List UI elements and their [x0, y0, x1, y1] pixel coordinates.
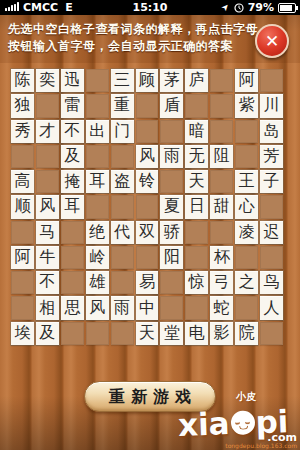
grid-cell-filled-r7c10[interactable]: 凌 — [235, 221, 258, 244]
grid-cell-filled-r11c6[interactable]: 天 — [136, 322, 159, 345]
grid-cell-blocked-r4c1 — [11, 145, 34, 168]
grid-cell-filled-r9c9[interactable]: 弓 — [210, 271, 233, 294]
grid-cell-blocked-r6c4 — [86, 195, 109, 218]
grid-cell-filled-r6c7[interactable]: 夏 — [160, 195, 183, 218]
grid-cell-blocked-r3c10 — [235, 120, 258, 143]
grid-cell-filled-r10c2[interactable]: 相 — [36, 296, 59, 319]
grid-cell-filled-r2c5[interactable]: 重 — [111, 94, 134, 117]
grid-cell-blocked-r8c10 — [235, 246, 258, 269]
grid-cell-filled-r4c11[interactable]: 芳 — [260, 145, 283, 168]
grid-cell-filled-r1c5[interactable]: 三 — [111, 69, 134, 92]
grid-cell-filled-r8c7[interactable]: 阳 — [160, 246, 183, 269]
grid-cell-filled-r6c2[interactable]: 风 — [36, 195, 59, 218]
battery-icon — [278, 3, 296, 13]
grid-cell-blocked-r11c5 — [111, 322, 134, 345]
grid-cell-filled-r5c10[interactable]: 王 — [235, 170, 258, 193]
grid-cell-filled-r5c5[interactable]: 盗 — [111, 170, 134, 193]
crossword-grid: 陈奕迅三顾茅庐阿独雷重盾紫川秀才不出门暗岛及风雨无阻芳高掩耳盗铃天王子顺风耳夏日… — [11, 69, 283, 345]
grid-cell-blocked-r5c7 — [160, 170, 183, 193]
grid-cell-filled-r11c9[interactable]: 影 — [210, 322, 233, 345]
grid-cell-blocked-r8c5 — [111, 246, 134, 269]
grid-cell-filled-r11c1[interactable]: 埃 — [11, 322, 34, 345]
grid-cell-filled-r6c9[interactable]: 甜 — [210, 195, 233, 218]
grid-cell-filled-r4c8[interactable]: 无 — [185, 145, 208, 168]
grid-cell-filled-r1c2[interactable]: 奕 — [36, 69, 59, 92]
grid-cell-blocked-r4c4 — [86, 145, 109, 168]
grid-cell-filled-r11c2[interactable]: 及 — [36, 322, 59, 345]
grid-cell-blocked-r9c7 — [160, 271, 183, 294]
grid-cell-blocked-r10c1 — [11, 296, 34, 319]
grid-cell-blocked-r9c3 — [61, 271, 84, 294]
grid-cell-filled-r7c6[interactable]: 双 — [136, 221, 159, 244]
grid-cell-blocked-r10c8 — [185, 296, 208, 319]
app-screen: CMCC E 15:10 ➤ 79% 先选中空白格子查看词条的解释，再点击字母 … — [0, 0, 300, 450]
instruction-line-1: 先选中空白格子查看词条的解释，再点击字母 — [8, 21, 270, 38]
grid-cell-blocked-r5c9 — [210, 170, 233, 193]
grid-cell-filled-r3c5[interactable]: 门 — [111, 120, 134, 143]
grid-cell-blocked-r7c8 — [185, 221, 208, 244]
grid-cell-filled-r9c6[interactable]: 易 — [136, 271, 159, 294]
xiaopi-mascot-face-icon — [230, 410, 255, 435]
grid-cell-filled-r4c3[interactable]: 及 — [61, 145, 84, 168]
grid-cell-blocked-r2c9 — [210, 94, 233, 117]
grid-cell-filled-r6c8[interactable]: 日 — [185, 195, 208, 218]
grid-cell-filled-r7c2[interactable]: 马 — [36, 221, 59, 244]
grid-cell-blocked-r7c9 — [210, 221, 233, 244]
grid-cell-filled-r9c11[interactable]: 鸟 — [260, 271, 283, 294]
grid-cell-filled-r5c3[interactable]: 掩 — [61, 170, 84, 193]
grid-cell-filled-r9c10[interactable]: 之 — [235, 271, 258, 294]
grid-cell-filled-r3c4[interactable]: 出 — [86, 120, 109, 143]
grid-cell-blocked-r11c3 — [61, 322, 84, 345]
grid-cell-filled-r4c6[interactable]: 风 — [136, 145, 159, 168]
grid-cell-filled-r8c1[interactable]: 阿 — [11, 246, 34, 269]
grid-cell-filled-r3c11[interactable]: 岛 — [260, 120, 283, 143]
grid-cell-filled-r8c4[interactable]: 岭 — [86, 246, 109, 269]
grid-cell-filled-r9c8[interactable]: 惊 — [185, 271, 208, 294]
grid-cell-filled-r11c8[interactable]: 电 — [185, 322, 208, 345]
close-instructions-button[interactable]: ✕ — [255, 24, 289, 58]
grid-cell-filled-r5c4[interactable]: 耳 — [86, 170, 109, 193]
grid-cell-blocked-r9c5 — [111, 271, 134, 294]
watermark-xia-text: xia — [177, 405, 230, 443]
grid-cell-blocked-r6c11 — [260, 195, 283, 218]
grid-cell-filled-r7c11[interactable]: 迟 — [260, 221, 283, 244]
grid-cell-blocked-r4c2 — [36, 145, 59, 168]
grid-cell-blocked-r2c8 — [185, 94, 208, 117]
grid-cell-filled-r10c5[interactable]: 雨 — [111, 296, 134, 319]
instruction-line-2: 按钮输入首字母，会自动显示正确的答案 — [8, 38, 270, 55]
grid-cell-filled-r7c5[interactable]: 代 — [111, 221, 134, 244]
grid-cell-blocked-r6c5 — [111, 195, 134, 218]
grid-cell-filled-r5c11[interactable]: 子 — [260, 170, 283, 193]
grid-cell-blocked-r8c11 — [260, 246, 283, 269]
grid-cell-filled-r7c4[interactable]: 绝 — [86, 221, 109, 244]
grid-cell-filled-r9c2[interactable]: 不 — [36, 271, 59, 294]
grid-cell-filled-r2c11[interactable]: 川 — [260, 94, 283, 117]
grid-cell-filled-r10c6[interactable]: 中 — [136, 296, 159, 319]
grid-cell-filled-r9c4[interactable]: 雄 — [86, 271, 109, 294]
grid-cell-filled-r4c9[interactable]: 阻 — [210, 145, 233, 168]
grid-cell-filled-r7c7[interactable]: 骄 — [160, 221, 183, 244]
grid-cell-filled-r5c6[interactable]: 铃 — [136, 170, 159, 193]
grid-cell-blocked-r11c4 — [86, 322, 109, 345]
grid-cell-filled-r10c3[interactable]: 思 — [61, 296, 84, 319]
grid-cell-filled-r1c7[interactable]: 茅 — [160, 69, 183, 92]
grid-cell-filled-r10c9[interactable]: 蛇 — [210, 296, 233, 319]
battery-percent-label: 79% — [248, 1, 274, 14]
grid-cell-filled-r2c3[interactable]: 雷 — [61, 94, 84, 117]
grid-cell-blocked-r3c9 — [210, 120, 233, 143]
grid-cell-filled-r1c8[interactable]: 庐 — [185, 69, 208, 92]
grid-cell-filled-r1c1[interactable]: 陈 — [11, 69, 34, 92]
grid-cell-filled-r2c7[interactable]: 盾 — [160, 94, 183, 117]
grid-cell-filled-r10c4[interactable]: 风 — [86, 296, 109, 319]
grid-cell-filled-r3c2[interactable]: 才 — [36, 120, 59, 143]
grid-cell-filled-r6c3[interactable]: 耳 — [61, 195, 84, 218]
grid-cell-blocked-r4c5 — [111, 145, 134, 168]
watermark-blog-url: tongdepu.blog.163.com — [225, 442, 297, 449]
grid-cell-filled-r5c1[interactable]: 高 — [11, 170, 34, 193]
grid-cell-blocked-r8c8 — [185, 246, 208, 269]
instruction-text: 先选中空白格子查看词条的解释，再点击字母 按钮输入首字母，会自动显示正确的答案 — [8, 21, 270, 55]
grid-cell-blocked-r2c2 — [36, 94, 59, 117]
grid-cell-filled-r8c9[interactable]: 杯 — [210, 246, 233, 269]
grid-cell-blocked-r10c7 — [160, 296, 183, 319]
grid-cell-blocked-r11c11 — [260, 322, 283, 345]
grid-cell-filled-r1c3[interactable]: 迅 — [61, 69, 84, 92]
close-icon: ✕ — [265, 31, 279, 51]
grid-cell-filled-r1c6[interactable]: 顾 — [136, 69, 159, 92]
grid-cell-blocked-r3c6 — [136, 120, 159, 143]
grid-cell-blocked-r4c10 — [235, 145, 258, 168]
grid-cell-blocked-r1c11 — [260, 69, 283, 92]
grid-cell-blocked-r6c6 — [136, 195, 159, 218]
grid-cell-filled-r11c7[interactable]: 堂 — [160, 322, 183, 345]
grid-cell-filled-r6c1[interactable]: 顺 — [11, 195, 34, 218]
grid-cell-blocked-r2c4 — [86, 94, 109, 117]
location-arrow-icon: ➤ — [220, 2, 232, 14]
grid-cell-blocked-r7c1 — [11, 221, 34, 244]
grid-cell-blocked-r8c3 — [61, 246, 84, 269]
xiaopi-watermark: 小皮 xia pi .com — [178, 399, 296, 441]
grid-cell-filled-r11c10[interactable]: 院 — [235, 322, 258, 345]
grid-cell-filled-r2c1[interactable]: 独 — [11, 94, 34, 117]
grid-cell-filled-r10c11[interactable]: 人 — [260, 296, 283, 319]
grid-cell-filled-r3c1[interactable]: 秀 — [11, 120, 34, 143]
grid-cell-blocked-r10c10 — [235, 296, 258, 319]
grid-cell-blocked-r8c6 — [136, 246, 159, 269]
grid-cell-blocked-r2c6 — [136, 94, 159, 117]
grid-cell-filled-r6c10[interactable]: 心 — [235, 195, 258, 218]
grid-cell-filled-r2c10[interactable]: 紫 — [235, 94, 258, 117]
grid-cell-filled-r4c7[interactable]: 雨 — [160, 145, 183, 168]
grid-cell-blocked-r5c2 — [36, 170, 59, 193]
grid-cell-blocked-r1c4 — [86, 69, 109, 92]
alarm-clock-icon — [234, 3, 244, 13]
status-bar: CMCC E 15:10 ➤ 79% — [0, 0, 300, 15]
grid-cell-blocked-r7c3 — [61, 221, 84, 244]
grid-cell-filled-r1c10[interactable]: 阿 — [235, 69, 258, 92]
grid-cell-filled-r3c3[interactable]: 不 — [61, 120, 84, 143]
grid-cell-filled-r8c2[interactable]: 牛 — [36, 246, 59, 269]
grid-cell-blocked-r3c7 — [160, 120, 183, 143]
grid-cell-blocked-r1c9 — [210, 69, 233, 92]
grid-cell-blocked-r9c1 — [11, 271, 34, 294]
watermark-cn-label: 小皮 — [236, 390, 256, 404]
grid-cell-filled-r5c8[interactable]: 天 — [185, 170, 208, 193]
grid-cell-filled-r3c8[interactable]: 暗 — [185, 120, 208, 143]
